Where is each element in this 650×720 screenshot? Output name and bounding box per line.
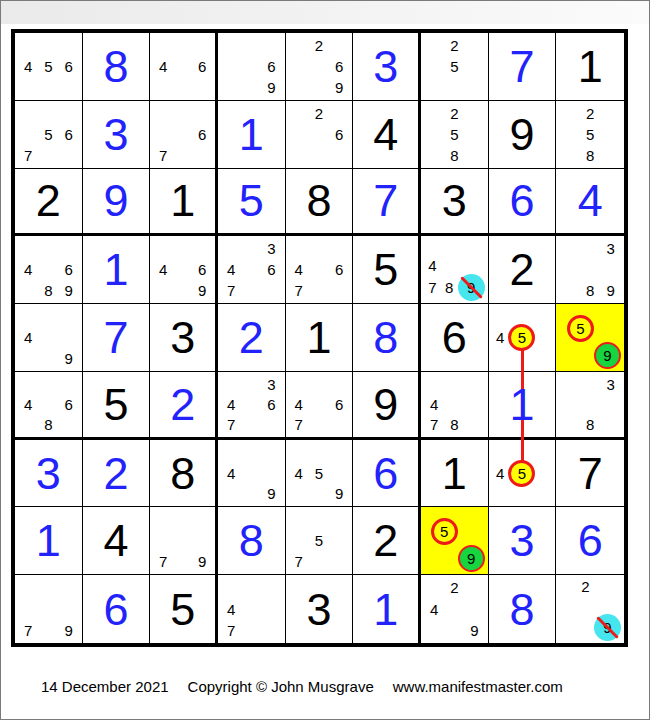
empty-candidate-slot [58,306,78,327]
given-digit: 4 [83,507,150,574]
empty-candidate-slot [594,306,621,315]
cell-r5c8[interactable]: 45 [489,304,557,372]
candidate-9: 9 [192,280,212,301]
given-digit: 3 [286,575,353,643]
empty-candidate-slot [241,442,261,463]
candidate-5: 5 [309,463,329,484]
empty-candidate-slot [241,374,261,394]
candidate-7: 7 [289,551,309,572]
empty-candidate-slot [192,103,212,124]
cell-r5c3[interactable]: 3 [150,304,218,372]
solved-digit: 2 [150,372,215,437]
candidate-digit: 5 [576,320,584,337]
cell-r7c3[interactable]: 8 [150,440,218,508]
candidate-8: 8 [444,414,464,434]
empty-candidate-slot [535,487,552,505]
cell-r3c1[interactable]: 2 [15,169,83,237]
candidate-6: 6 [261,259,281,280]
candidate-grid: 4689 [18,238,79,301]
empty-candidate-slot [289,35,309,56]
cell-r2c2[interactable]: 3 [83,101,151,169]
empty-candidate-slot [18,414,38,434]
cell-r7c8[interactable]: 45 [489,440,557,508]
cell-r9c9[interactable]: 29 [556,575,624,643]
empty-candidate-slot [559,394,580,414]
cell-r7c9[interactable]: 7 [556,440,624,508]
given-digit: 2 [353,507,418,574]
cell-r9c3[interactable]: 5 [150,575,218,643]
empty-candidate-slot [431,545,458,572]
candidate-5: 5 [38,56,58,77]
cell-r8c2[interactable]: 4 [83,507,151,575]
empty-candidate-slot [289,530,309,551]
candidate-8: 8 [580,414,601,434]
candidate-grid: 459 [289,442,350,505]
candidate-5: 5 [508,460,535,487]
candidate-5: 5 [309,530,329,551]
cell-r8c8[interactable]: 3 [489,507,557,575]
cell-r9c4[interactable]: 47 [218,575,286,643]
cell-r2c5[interactable]: 26 [286,101,354,169]
candidate-6: 6 [58,259,78,280]
cell-r5c4[interactable]: 2 [218,304,286,372]
candidate-grid: 47 [221,577,282,641]
given-digit: 8 [150,440,215,507]
empty-candidate-slot [173,259,193,280]
empty-candidate-slot [58,77,78,98]
cell-r1c6[interactable]: 3 [353,33,421,101]
given-digit: 3 [421,169,488,234]
candidate-7: 7 [221,280,241,301]
empty-candidate-slot [38,77,58,98]
candidate-grid: 49 [18,306,79,369]
empty-candidate-slot [508,351,535,369]
empty-candidate-slot [173,238,193,259]
candidate-grid: 478 [424,374,485,435]
cell-r2c6[interactable]: 4 [353,101,421,169]
empty-candidate-slot [559,238,580,259]
candidate-5: 5 [444,56,464,77]
empty-candidate-slot [261,280,281,301]
empty-candidate-slot [458,518,485,545]
cell-r4c9[interactable]: 389 [556,236,624,304]
empty-candidate-slot [221,56,241,77]
candidate-4: 4 [289,463,309,484]
candidate-digit: 5 [518,329,526,346]
candidate-9: 9 [600,280,621,301]
empty-candidate-slot [153,509,173,530]
empty-candidate-slot [329,238,349,259]
cell-r4c4[interactable]: 3467 [218,236,286,304]
candidate-grid: 38 [559,374,621,435]
cell-r7c2[interactable]: 2 [83,440,151,508]
cell-r1c8[interactable]: 7 [489,33,557,101]
cell-r5c1[interactable]: 49 [15,304,83,372]
given-digit: 1 [286,304,353,371]
candidate-8: 8 [38,414,58,434]
empty-candidate-slot [192,530,212,551]
empty-candidate-slot [559,315,567,342]
candidate-4: 4 [289,259,309,280]
empty-candidate-slot [441,256,458,274]
cell-r1c9[interactable]: 1 [556,33,624,101]
solved-digit: 1 [489,372,556,437]
cell-r8c6[interactable]: 2 [353,507,421,575]
empty-candidate-slot [329,374,349,394]
cell-r2c3[interactable]: 67 [150,101,218,169]
empty-candidate-slot [289,509,309,530]
cell-r6c5[interactable]: 467 [286,372,354,440]
candidate-6: 6 [329,259,349,280]
candidate-grid: 59 [424,509,485,572]
empty-candidate-slot [58,414,78,434]
solved-digit: 1 [218,101,285,168]
solved-digit: 3 [489,507,556,574]
empty-candidate-slot [289,442,309,463]
cell-r5c7[interactable]: 6 [421,304,489,372]
solved-digit: 7 [353,169,418,234]
empty-candidate-slot [38,238,58,259]
cell-r3c9[interactable]: 4 [556,169,624,237]
candidate-4: 4 [221,598,241,619]
candidate-7: 7 [424,414,444,434]
cell-r2c9[interactable]: 258 [556,101,624,169]
cell-r6c8[interactable]: 1 [489,372,557,440]
given-digit: 5 [83,372,150,437]
empty-candidate-slot [221,35,241,56]
cell-r6c3[interactable]: 2 [150,372,218,440]
cell-r4c6[interactable]: 5 [353,236,421,304]
cell-r1c3[interactable]: 46 [150,33,218,101]
empty-candidate-slot [309,238,329,259]
candidate-4: 4 [492,324,509,351]
empty-candidate-slot [58,103,78,124]
cell-r8c7[interactable]: 59 [421,507,489,575]
cell-r2c8[interactable]: 9 [489,101,557,169]
cell-r9c5[interactable]: 3 [286,575,354,643]
empty-candidate-slot [261,35,281,56]
given-digit: 3 [150,304,215,371]
cell-r6c1[interactable]: 468 [15,372,83,440]
empty-candidate-slot [309,124,329,145]
empty-candidate-slot [289,103,309,124]
empty-candidate-slot [18,374,38,394]
cell-r4c8[interactable]: 2 [489,236,557,304]
empty-candidate-slot [458,238,485,256]
cell-r4c1[interactable]: 4689 [15,236,83,304]
cell-r6c4[interactable]: 3467 [218,372,286,440]
candidate-8: 8 [444,145,464,166]
empty-candidate-slot [559,577,576,595]
cell-r8c1[interactable]: 1 [15,507,83,575]
empty-candidate-slot [329,530,349,551]
empty-candidate-slot [153,238,173,259]
solved-digit: 8 [489,575,556,643]
candidate-6: 6 [329,394,349,414]
empty-candidate-slot [424,374,444,394]
cell-r6c6[interactable]: 9 [353,372,421,440]
cell-r1c5[interactable]: 269 [286,33,354,101]
candidate-grid: 59 [559,306,621,369]
cell-r7c5[interactable]: 459 [286,440,354,508]
cell-r8c3[interactable]: 79 [150,507,218,575]
cell-r4c7[interactable]: 4789 [421,236,489,304]
empty-candidate-slot [464,598,484,619]
cell-r3c6[interactable]: 7 [353,169,421,237]
empty-candidate-slot [18,238,38,259]
candidate-2: 2 [580,103,601,124]
empty-candidate-slot [309,259,329,280]
red-circle-filled-mark: 5 [508,324,535,351]
candidate-grid: 468 [18,374,79,435]
empty-candidate-slot [535,306,552,324]
given-digit: 9 [353,372,418,437]
green-circle-mark: 9 [594,342,621,369]
footer-website: www.manifestmaster.com [393,678,563,695]
empty-candidate-slot [309,394,329,414]
candidate-7: 7 [221,620,241,641]
candidate-grid: 389 [559,238,621,301]
empty-candidate-slot [424,35,444,56]
empty-candidate-slot [221,442,241,463]
cell-r3c7[interactable]: 3 [421,169,489,237]
empty-candidate-slot [600,145,621,166]
given-digit: 6 [421,304,488,371]
empty-candidate-slot [261,463,281,484]
candidate-grid: 467 [289,374,350,435]
candidate-3: 3 [261,238,281,259]
solved-digit: 1 [15,507,82,574]
empty-candidate-slot [58,238,78,259]
empty-candidate-slot [192,238,212,259]
candidate-5: 5 [38,124,58,145]
cell-r2c4[interactable]: 1 [218,101,286,169]
candidate-4: 4 [221,259,241,280]
cell-r4c3[interactable]: 469 [150,236,218,304]
empty-candidate-slot [38,598,58,619]
candidate-grid: 45 [492,306,553,369]
empty-candidate-slot [559,145,580,166]
red-circle-mark: 5 [431,518,458,545]
empty-candidate-slot [18,280,38,301]
empty-candidate-slot [329,35,349,56]
empty-candidate-slot [559,124,580,145]
cell-r1c7[interactable]: 25 [421,33,489,101]
empty-candidate-slot [580,259,601,280]
empty-candidate-slot [38,620,58,641]
empty-candidate-slot [559,374,580,394]
empty-candidate-slot [329,463,349,484]
empty-candidate-slot [221,484,241,505]
candidate-8: 8 [580,280,601,301]
cell-r4c5[interactable]: 467 [286,236,354,304]
empty-candidate-slot [38,259,58,280]
empty-candidate-slot [153,77,173,98]
candidate-4: 4 [153,56,173,77]
empty-candidate-slot [329,509,349,530]
candidate-grid: 3467 [221,374,282,435]
empty-candidate-slot [18,348,38,369]
empty-candidate-slot [173,509,193,530]
empty-candidate-slot [424,103,444,124]
cell-r2c1[interactable]: 567 [15,101,83,169]
empty-candidate-slot [241,577,261,598]
cell-r9c1[interactable]: 79 [15,575,83,643]
candidate-9: 9 [458,545,485,572]
cell-r3c2[interactable]: 9 [83,169,151,237]
solved-digit: 3 [353,33,418,100]
empty-candidate-slot [309,56,329,77]
cell-r8c5[interactable]: 57 [286,507,354,575]
cell-r7c4[interactable]: 49 [218,440,286,508]
empty-candidate-slot [173,145,193,166]
candidate-grid: 79 [18,577,79,641]
empty-candidate-slot [535,324,552,351]
candidate-digit: 9 [467,550,475,567]
cell-r2c7[interactable]: 258 [421,101,489,169]
empty-candidate-slot [559,259,580,280]
empty-candidate-slot [577,614,594,641]
candidate-7: 7 [289,414,309,434]
candidate-4: 4 [424,598,444,619]
given-digit: 1 [556,33,624,100]
empty-candidate-slot [173,280,193,301]
candidate-3: 3 [261,374,281,394]
cell-r4c2[interactable]: 1 [83,236,151,304]
footer: 14 December 2021 Copyright © John Musgra… [41,678,563,695]
empty-candidate-slot [153,124,173,145]
empty-candidate-slot [329,103,349,124]
empty-candidate-slot [241,56,261,77]
empty-candidate-slot [241,259,261,280]
empty-candidate-slot [221,238,241,259]
candidate-6: 6 [192,259,212,280]
empty-candidate-slot [329,280,349,301]
empty-candidate-slot [600,259,621,280]
empty-candidate-slot [559,342,567,369]
cell-r9c7[interactable]: 249 [421,575,489,643]
empty-candidate-slot [38,394,58,414]
cell-r5c9[interactable]: 59 [556,304,624,372]
solved-digit: 1 [353,575,418,643]
cell-r7c6[interactable]: 6 [353,440,421,508]
empty-candidate-slot [535,442,552,460]
solved-digit: 8 [353,304,418,371]
empty-candidate-slot [424,620,444,641]
empty-candidate-slot [38,145,58,166]
empty-candidate-slot [309,77,329,98]
empty-candidate-slot [241,598,261,619]
cell-r6c9[interactable]: 38 [556,372,624,440]
candidate-4: 4 [492,460,509,487]
cell-r1c4[interactable]: 69 [218,33,286,101]
empty-candidate-slot [289,374,309,394]
cell-r3c3[interactable]: 1 [150,169,218,237]
given-digit: 1 [421,440,488,507]
empty-candidate-slot [153,530,173,551]
candidate-3: 3 [600,238,621,259]
empty-candidate-slot [559,103,580,124]
red-circle-filled-mark: 5 [508,460,535,487]
empty-candidate-slot [492,442,509,460]
cell-r6c7[interactable]: 478 [421,372,489,440]
candidate-digit: 9 [603,347,611,364]
cell-r5c5[interactable]: 1 [286,304,354,372]
candidate-grid: 467 [289,238,350,301]
empty-candidate-slot [600,394,621,414]
candidate-4: 4 [18,327,38,348]
empty-candidate-slot [241,484,261,505]
empty-candidate-slot [58,598,78,619]
empty-candidate-slot [173,551,193,572]
cell-r1c2[interactable]: 8 [83,33,151,101]
cell-r3c4[interactable]: 5 [218,169,286,237]
candidate-grid: 456 [18,35,79,98]
empty-candidate-slot [38,306,58,327]
candidate-5: 5 [431,518,458,545]
cell-r5c2[interactable]: 7 [83,304,151,372]
cell-r8c4[interactable]: 8 [218,507,286,575]
empty-candidate-slot [261,620,281,641]
empty-candidate-slot [464,577,484,598]
cell-r1c1[interactable]: 456 [15,33,83,101]
empty-candidate-slot [559,280,580,301]
candidate-5: 5 [444,124,464,145]
empty-candidate-slot [329,551,349,572]
empty-candidate-slot [173,124,193,145]
given-digit: 5 [353,236,418,303]
empty-candidate-slot [38,577,58,598]
cell-r9c6[interactable]: 1 [353,575,421,643]
empty-candidate-slot [173,35,193,56]
empty-candidate-slot [289,145,309,166]
candidate-8: 8 [441,274,458,301]
empty-candidate-slot [58,35,78,56]
candidate-digit: 5 [440,523,448,540]
green-circle-mark: 9 [458,545,485,572]
cell-r8c9[interactable]: 6 [556,507,624,575]
empty-candidate-slot [580,238,601,259]
cell-r3c8[interactable]: 6 [489,169,557,237]
cell-r7c1[interactable]: 3 [15,440,83,508]
candidate-9: 9 [464,620,484,641]
given-digit: 2 [15,169,82,234]
empty-candidate-slot [241,280,261,301]
candidate-4: 4 [221,463,241,484]
cell-r5c6[interactable]: 8 [353,304,421,372]
candidate-2: 2 [309,103,329,124]
cell-r6c2[interactable]: 5 [83,372,151,440]
cell-r7c7[interactable]: 1 [421,440,489,508]
candidate-6: 6 [261,56,281,77]
given-digit: 1 [150,169,215,234]
empty-candidate-slot [153,280,173,301]
empty-candidate-slot [173,530,193,551]
empty-candidate-slot [424,77,444,98]
solved-digit: 6 [556,507,624,574]
given-digit: 2 [489,236,556,303]
cell-r9c8[interactable]: 8 [489,575,557,643]
cell-r3c5[interactable]: 8 [286,169,354,237]
empty-candidate-slot [309,414,329,434]
empty-candidate-slot [58,145,78,166]
cell-r9c2[interactable]: 6 [83,575,151,643]
candidate-8: 8 [38,280,58,301]
empty-candidate-slot [594,315,621,342]
empty-candidate-slot [464,124,484,145]
candidate-4: 4 [18,259,38,280]
empty-candidate-slot [309,145,329,166]
